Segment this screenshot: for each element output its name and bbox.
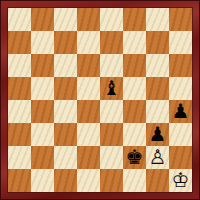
square-b1[interactable] [31,169,54,192]
square-e2[interactable] [100,146,123,169]
square-b6[interactable] [31,54,54,77]
square-c8[interactable] [54,8,77,31]
square-g3[interactable]: ♟ [146,123,169,146]
square-a4[interactable] [8,100,31,123]
square-g6[interactable] [146,54,169,77]
square-g8[interactable] [146,8,169,31]
black-bishop[interactable]: ♝ [100,77,123,100]
square-e1[interactable] [100,169,123,192]
square-g4[interactable] [146,100,169,123]
square-c2[interactable] [54,146,77,169]
chess-board: ♝♟♟♚♙♔ [8,8,192,192]
square-f7[interactable] [123,31,146,54]
square-a6[interactable] [8,54,31,77]
square-e5[interactable]: ♝ [100,77,123,100]
square-a7[interactable] [8,31,31,54]
square-d5[interactable] [77,77,100,100]
square-d4[interactable] [77,100,100,123]
square-e7[interactable] [100,31,123,54]
square-c5[interactable] [54,77,77,100]
square-h5[interactable] [169,77,192,100]
square-b2[interactable] [31,146,54,169]
square-h4[interactable]: ♟ [169,100,192,123]
square-h6[interactable] [169,54,192,77]
square-e4[interactable] [100,100,123,123]
square-f8[interactable] [123,8,146,31]
square-f3[interactable] [123,123,146,146]
square-d3[interactable] [77,123,100,146]
black-pawn[interactable]: ♟ [146,123,169,146]
square-h7[interactable] [169,31,192,54]
square-c3[interactable] [54,123,77,146]
square-h8[interactable] [169,8,192,31]
square-b8[interactable] [31,8,54,31]
square-f5[interactable] [123,77,146,100]
square-f1[interactable] [123,169,146,192]
square-g7[interactable] [146,31,169,54]
square-c4[interactable] [54,100,77,123]
square-a1[interactable] [8,169,31,192]
square-b3[interactable] [31,123,54,146]
square-h3[interactable] [169,123,192,146]
square-a2[interactable] [8,146,31,169]
square-g1[interactable] [146,169,169,192]
square-d6[interactable] [77,54,100,77]
black-king[interactable]: ♚ [123,146,146,169]
square-b4[interactable] [31,100,54,123]
square-a5[interactable] [8,77,31,100]
square-h1[interactable]: ♔ [169,169,192,192]
square-b5[interactable] [31,77,54,100]
black-pawn[interactable]: ♟ [169,100,192,123]
square-e6[interactable] [100,54,123,77]
square-d7[interactable] [77,31,100,54]
square-f2[interactable]: ♚ [123,146,146,169]
square-a3[interactable] [8,123,31,146]
square-g5[interactable] [146,77,169,100]
square-c6[interactable] [54,54,77,77]
square-f4[interactable] [123,100,146,123]
square-d8[interactable] [77,8,100,31]
white-king[interactable]: ♔ [169,169,192,192]
white-pawn[interactable]: ♙ [146,146,169,169]
board-frame: ♝♟♟♚♙♔ [0,0,200,200]
square-d1[interactable] [77,169,100,192]
square-a8[interactable] [8,8,31,31]
square-f6[interactable] [123,54,146,77]
square-d2[interactable] [77,146,100,169]
square-c7[interactable] [54,31,77,54]
square-e3[interactable] [100,123,123,146]
square-g2[interactable]: ♙ [146,146,169,169]
square-b7[interactable] [31,31,54,54]
square-h2[interactable] [169,146,192,169]
square-e8[interactable] [100,8,123,31]
square-c1[interactable] [54,169,77,192]
